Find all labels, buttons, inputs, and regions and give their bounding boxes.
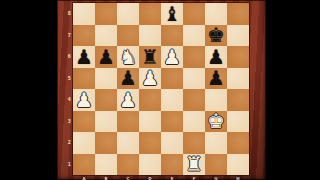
square-a1[interactable] [73,154,95,176]
square-g3[interactable]: ♚ [205,111,227,133]
square-h8[interactable] [227,3,249,25]
square-e1[interactable] [161,154,183,176]
square-e4[interactable] [161,89,183,111]
square-c8[interactable] [117,3,139,25]
square-e8[interactable]: ♝ [161,3,183,25]
square-g7[interactable]: ♚ [205,25,227,47]
square-g4[interactable] [205,89,227,111]
square-h4[interactable] [227,89,249,111]
chess-app: 87654321 ♝♚♟♟♞♜♟♟♟♟♟♟♟♚♜ ABCDEFGH [0,0,320,180]
piece-white-pawn[interactable]: ♟ [163,47,181,67]
chess-board: ♝♚♟♟♞♜♟♟♟♟♟♟♟♚♜ [73,3,249,175]
piece-black-king[interactable]: ♚ [207,25,225,45]
square-c4[interactable]: ♟ [117,89,139,111]
square-c7[interactable] [117,25,139,47]
square-f5[interactable] [183,68,205,90]
square-a6[interactable]: ♟ [73,46,95,68]
square-f4[interactable] [183,89,205,111]
square-a7[interactable] [73,25,95,47]
piece-black-rook[interactable]: ♜ [141,47,159,67]
rank-label-7: 7 [64,29,72,41]
file-label-a: A [79,177,90,180]
square-a5[interactable] [73,68,95,90]
square-d1[interactable] [139,154,161,176]
square-g2[interactable] [205,132,227,154]
square-c5[interactable]: ♟ [117,68,139,90]
square-f2[interactable] [183,132,205,154]
square-d5[interactable]: ♟ [139,68,161,90]
piece-black-pawn[interactable]: ♟ [207,47,225,67]
rank-label-4: 4 [64,94,72,106]
square-b4[interactable] [95,89,117,111]
file-label-h: H [233,177,244,180]
piece-white-knight[interactable]: ♞ [119,47,137,67]
file-label-e: E [167,177,178,180]
square-f6[interactable] [183,46,205,68]
square-g6[interactable]: ♟ [205,46,227,68]
square-a8[interactable] [73,3,95,25]
piece-white-pawn[interactable]: ♟ [141,68,159,88]
square-c1[interactable] [117,154,139,176]
square-e5[interactable] [161,68,183,90]
square-b7[interactable] [95,25,117,47]
file-label-c: C [123,177,134,180]
square-g5[interactable]: ♟ [205,68,227,90]
rank-label-5: 5 [64,72,72,84]
square-a3[interactable] [73,111,95,133]
square-g8[interactable] [205,3,227,25]
file-label-b: B [101,177,112,180]
square-b2[interactable] [95,132,117,154]
square-b1[interactable] [95,154,117,176]
square-f8[interactable] [183,3,205,25]
file-label-g: G [211,177,222,180]
square-h5[interactable] [227,68,249,90]
square-d4[interactable] [139,89,161,111]
file-label-d: D [145,177,156,180]
square-h1[interactable] [227,154,249,176]
square-c2[interactable] [117,132,139,154]
square-h3[interactable] [227,111,249,133]
piece-black-bishop[interactable]: ♝ [163,4,181,24]
piece-black-pawn[interactable]: ♟ [97,47,115,67]
square-d2[interactable] [139,132,161,154]
piece-white-rook[interactable]: ♜ [185,154,203,174]
square-e3[interactable] [161,111,183,133]
piece-black-pawn[interactable]: ♟ [207,68,225,88]
square-e2[interactable] [161,132,183,154]
rank-label-6: 6 [64,51,72,63]
square-g1[interactable] [205,154,227,176]
rank-label-2: 2 [64,137,72,149]
square-b5[interactable] [95,68,117,90]
rank-labels: 87654321 [57,3,72,175]
piece-white-pawn[interactable]: ♟ [119,90,137,110]
piece-white-pawn[interactable]: ♟ [75,90,93,110]
square-d8[interactable] [139,3,161,25]
square-f7[interactable] [183,25,205,47]
piece-white-king[interactable]: ♚ [207,111,225,131]
square-a4[interactable]: ♟ [73,89,95,111]
piece-black-pawn[interactable]: ♟ [119,68,137,88]
square-c6[interactable]: ♞ [117,46,139,68]
square-b3[interactable] [95,111,117,133]
rank-label-1: 1 [64,158,72,170]
piece-black-pawn[interactable]: ♟ [75,47,93,67]
chess-board-frame: 87654321 ♝♚♟♟♞♜♟♟♟♟♟♟♟♚♜ ABCDEFGH [57,0,266,180]
square-h7[interactable] [227,25,249,47]
square-d7[interactable] [139,25,161,47]
file-labels: ABCDEFGH [73,175,249,180]
square-d6[interactable]: ♜ [139,46,161,68]
square-h6[interactable] [227,46,249,68]
file-label-f: F [189,177,200,180]
rank-label-3: 3 [64,115,72,127]
square-e7[interactable] [161,25,183,47]
square-e6[interactable]: ♟ [161,46,183,68]
square-a2[interactable] [73,132,95,154]
square-f1[interactable]: ♜ [183,154,205,176]
rank-label-8: 8 [64,8,72,20]
square-c3[interactable] [117,111,139,133]
square-h2[interactable] [227,132,249,154]
square-b6[interactable]: ♟ [95,46,117,68]
square-b8[interactable] [95,3,117,25]
square-f3[interactable] [183,111,205,133]
square-d3[interactable] [139,111,161,133]
